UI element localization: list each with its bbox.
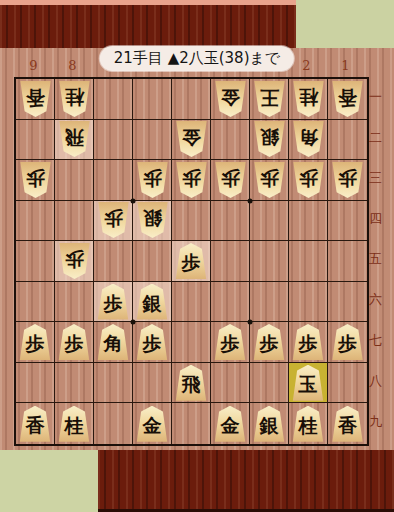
board-square-1h[interactable] xyxy=(328,363,367,404)
rank-label: 四 xyxy=(366,199,392,240)
gote-piece-飛: 飛 xyxy=(58,121,91,157)
board-square-8d[interactable] xyxy=(55,201,94,242)
rank-label: 八 xyxy=(366,361,392,402)
board-square-1a[interactable]: 香 xyxy=(328,79,367,120)
board-square-7f[interactable]: 歩 xyxy=(94,282,133,323)
bottom-left-green-block xyxy=(0,450,98,512)
board-square-9f[interactable] xyxy=(16,282,55,323)
board-square-7h[interactable] xyxy=(94,363,133,404)
shogi-app-screen: 987654321 一二三四五六七八九 香桂金王桂香飛金銀角歩歩歩歩歩歩歩歩銀歩… xyxy=(0,0,394,512)
board-square-9a[interactable]: 香 xyxy=(16,79,55,120)
board-square-1i[interactable]: 香 xyxy=(328,403,367,444)
rank-label: 七 xyxy=(366,320,392,361)
gote-piece-香: 香 xyxy=(19,81,52,117)
board-square-5f[interactable] xyxy=(172,282,211,323)
sente-piece-銀: 銀 xyxy=(253,406,286,442)
board-square-7i[interactable] xyxy=(94,403,133,444)
board-square-4f[interactable] xyxy=(211,282,250,323)
sente-piece-金: 金 xyxy=(136,406,169,442)
board-square-4b[interactable] xyxy=(211,120,250,161)
board-square-2h[interactable]: 玉 xyxy=(289,363,328,404)
board-square-2g[interactable]: 歩 xyxy=(289,322,328,363)
board-square-1d[interactable] xyxy=(328,201,367,242)
rank-label: 九 xyxy=(366,401,392,442)
board-square-6b[interactable] xyxy=(133,120,172,161)
bottom-maroon-band xyxy=(98,450,394,512)
board-square-8c[interactable] xyxy=(55,160,94,201)
sente-piece-歩: 歩 xyxy=(214,324,247,360)
board-square-1e[interactable] xyxy=(328,241,367,282)
board-square-9i[interactable]: 香 xyxy=(16,403,55,444)
file-label: 8 xyxy=(53,56,92,74)
star-point xyxy=(131,320,136,325)
board-square-6c[interactable]: 歩 xyxy=(133,160,172,201)
board-square-5d[interactable] xyxy=(172,201,211,242)
board-square-5e[interactable]: 歩 xyxy=(172,241,211,282)
board-square-1g[interactable]: 歩 xyxy=(328,322,367,363)
board-square-6g[interactable]: 歩 xyxy=(133,322,172,363)
board-square-7c[interactable] xyxy=(94,160,133,201)
board-square-9d[interactable] xyxy=(16,201,55,242)
board-square-8b[interactable]: 飛 xyxy=(55,120,94,161)
board-square-9c[interactable]: 歩 xyxy=(16,160,55,201)
file-label: 9 xyxy=(14,56,53,74)
board-square-5a[interactable] xyxy=(172,79,211,120)
gote-piece-王: 王 xyxy=(253,81,286,117)
board-square-9g[interactable]: 歩 xyxy=(16,322,55,363)
gote-piece-歩: 歩 xyxy=(292,162,325,198)
sente-piece-香: 香 xyxy=(19,406,52,442)
board-square-3a[interactable]: 王 xyxy=(250,79,289,120)
board-square-9e[interactable] xyxy=(16,241,55,282)
board-square-5g[interactable] xyxy=(172,322,211,363)
board-square-4g[interactable]: 歩 xyxy=(211,322,250,363)
board-square-5h[interactable]: 飛 xyxy=(172,363,211,404)
sente-piece-歩: 歩 xyxy=(253,324,286,360)
board-square-2b[interactable]: 角 xyxy=(289,120,328,161)
board-square-8f[interactable] xyxy=(55,282,94,323)
board-square-4e[interactable] xyxy=(211,241,250,282)
board-square-4i[interactable]: 金 xyxy=(211,403,250,444)
sente-piece-歩: 歩 xyxy=(292,324,325,360)
sente-piece-歩: 歩 xyxy=(136,324,169,360)
board-square-1b[interactable] xyxy=(328,120,367,161)
sente-piece-角: 角 xyxy=(97,324,130,360)
rank-label: 五 xyxy=(366,239,392,280)
gote-piece-角: 角 xyxy=(292,121,325,157)
board-square-6h[interactable] xyxy=(133,363,172,404)
rank-label: 二 xyxy=(366,118,392,159)
board-square-5i[interactable] xyxy=(172,403,211,444)
board-square-6a[interactable] xyxy=(133,79,172,120)
top-right-green-block xyxy=(296,0,394,48)
sente-piece-金: 金 xyxy=(214,406,247,442)
sente-piece-香: 香 xyxy=(331,406,364,442)
board-square-5b[interactable]: 金 xyxy=(172,120,211,161)
board-square-3g[interactable]: 歩 xyxy=(250,322,289,363)
top-maroon-band xyxy=(0,5,296,48)
board-square-6d[interactable]: 銀 xyxy=(133,201,172,242)
gote-piece-歩: 歩 xyxy=(136,162,169,198)
gote-piece-歩: 歩 xyxy=(214,162,247,198)
board-square-8e[interactable]: 歩 xyxy=(55,241,94,282)
gote-piece-銀: 銀 xyxy=(253,121,286,157)
board-square-1c[interactable]: 歩 xyxy=(328,160,367,201)
board-square-2c[interactable]: 歩 xyxy=(289,160,328,201)
gote-piece-歩: 歩 xyxy=(253,162,286,198)
gote-piece-桂: 桂 xyxy=(58,81,91,117)
sente-piece-飛: 飛 xyxy=(175,365,208,401)
sente-piece-桂: 桂 xyxy=(58,406,91,442)
star-point xyxy=(248,198,253,203)
sente-piece-歩: 歩 xyxy=(19,324,52,360)
star-point xyxy=(248,320,253,325)
rank-labels: 一二三四五六七八九 xyxy=(366,77,392,442)
board-square-4d[interactable] xyxy=(211,201,250,242)
gote-piece-香: 香 xyxy=(331,81,364,117)
board-square-2f[interactable] xyxy=(289,282,328,323)
board-square-2d[interactable] xyxy=(289,201,328,242)
board-square-9h[interactable] xyxy=(16,363,55,404)
rank-label: 三 xyxy=(366,158,392,199)
board-square-3h[interactable] xyxy=(250,363,289,404)
board-square-3i[interactable]: 銀 xyxy=(250,403,289,444)
board-square-4c[interactable]: 歩 xyxy=(211,160,250,201)
board-square-2e[interactable] xyxy=(289,241,328,282)
sente-piece-歩: 歩 xyxy=(97,284,130,320)
gote-piece-銀: 銀 xyxy=(136,202,169,238)
move-indicator-bubble: 21手目 ▲2八玉(38)まで xyxy=(100,46,294,71)
board-square-1f[interactable] xyxy=(328,282,367,323)
gote-piece-歩: 歩 xyxy=(331,162,364,198)
board-square-8i[interactable]: 桂 xyxy=(55,403,94,444)
star-point xyxy=(131,198,136,203)
sente-piece-桂: 桂 xyxy=(292,406,325,442)
board-square-6f[interactable]: 銀 xyxy=(133,282,172,323)
gote-piece-金: 金 xyxy=(175,121,208,157)
board-square-4h[interactable] xyxy=(211,363,250,404)
board-square-2i[interactable]: 桂 xyxy=(289,403,328,444)
gote-piece-金: 金 xyxy=(214,81,247,117)
sente-piece-歩: 歩 xyxy=(58,324,91,360)
sente-piece-玉: 玉 xyxy=(292,365,325,401)
board-square-7e[interactable] xyxy=(94,241,133,282)
board-square-4a[interactable]: 金 xyxy=(211,79,250,120)
gote-piece-歩: 歩 xyxy=(97,202,130,238)
board-square-9b[interactable] xyxy=(16,120,55,161)
board-square-8g[interactable]: 歩 xyxy=(55,322,94,363)
sente-piece-銀: 銀 xyxy=(136,284,169,320)
board-square-8a[interactable]: 桂 xyxy=(55,79,94,120)
board-square-7d[interactable]: 歩 xyxy=(94,201,133,242)
board-square-5c[interactable]: 歩 xyxy=(172,160,211,201)
board-square-7a[interactable] xyxy=(94,79,133,120)
sente-piece-歩: 歩 xyxy=(331,324,364,360)
shogi-board: 香桂金王桂香飛金銀角歩歩歩歩歩歩歩歩銀歩歩歩銀歩歩角歩歩歩歩歩飛玉香桂金金銀桂香 xyxy=(14,77,369,446)
board-square-3b[interactable]: 銀 xyxy=(250,120,289,161)
gote-piece-歩: 歩 xyxy=(58,243,91,279)
gote-piece-歩: 歩 xyxy=(19,162,52,198)
sente-piece-歩: 歩 xyxy=(175,243,208,279)
board-square-2a[interactable]: 桂 xyxy=(289,79,328,120)
board-square-3e[interactable] xyxy=(250,241,289,282)
board-square-3d[interactable] xyxy=(250,201,289,242)
board-square-7g[interactable]: 角 xyxy=(94,322,133,363)
board-square-3f[interactable] xyxy=(250,282,289,323)
board-square-6i[interactable]: 金 xyxy=(133,403,172,444)
gote-piece-桂: 桂 xyxy=(292,81,325,117)
rank-label: 六 xyxy=(366,280,392,321)
board-square-6e[interactable] xyxy=(133,241,172,282)
board-square-7b[interactable] xyxy=(94,120,133,161)
file-label: 1 xyxy=(326,56,365,74)
board-square-8h[interactable] xyxy=(55,363,94,404)
gote-piece-歩: 歩 xyxy=(175,162,208,198)
board-square-3c[interactable]: 歩 xyxy=(250,160,289,201)
rank-label: 一 xyxy=(366,77,392,118)
